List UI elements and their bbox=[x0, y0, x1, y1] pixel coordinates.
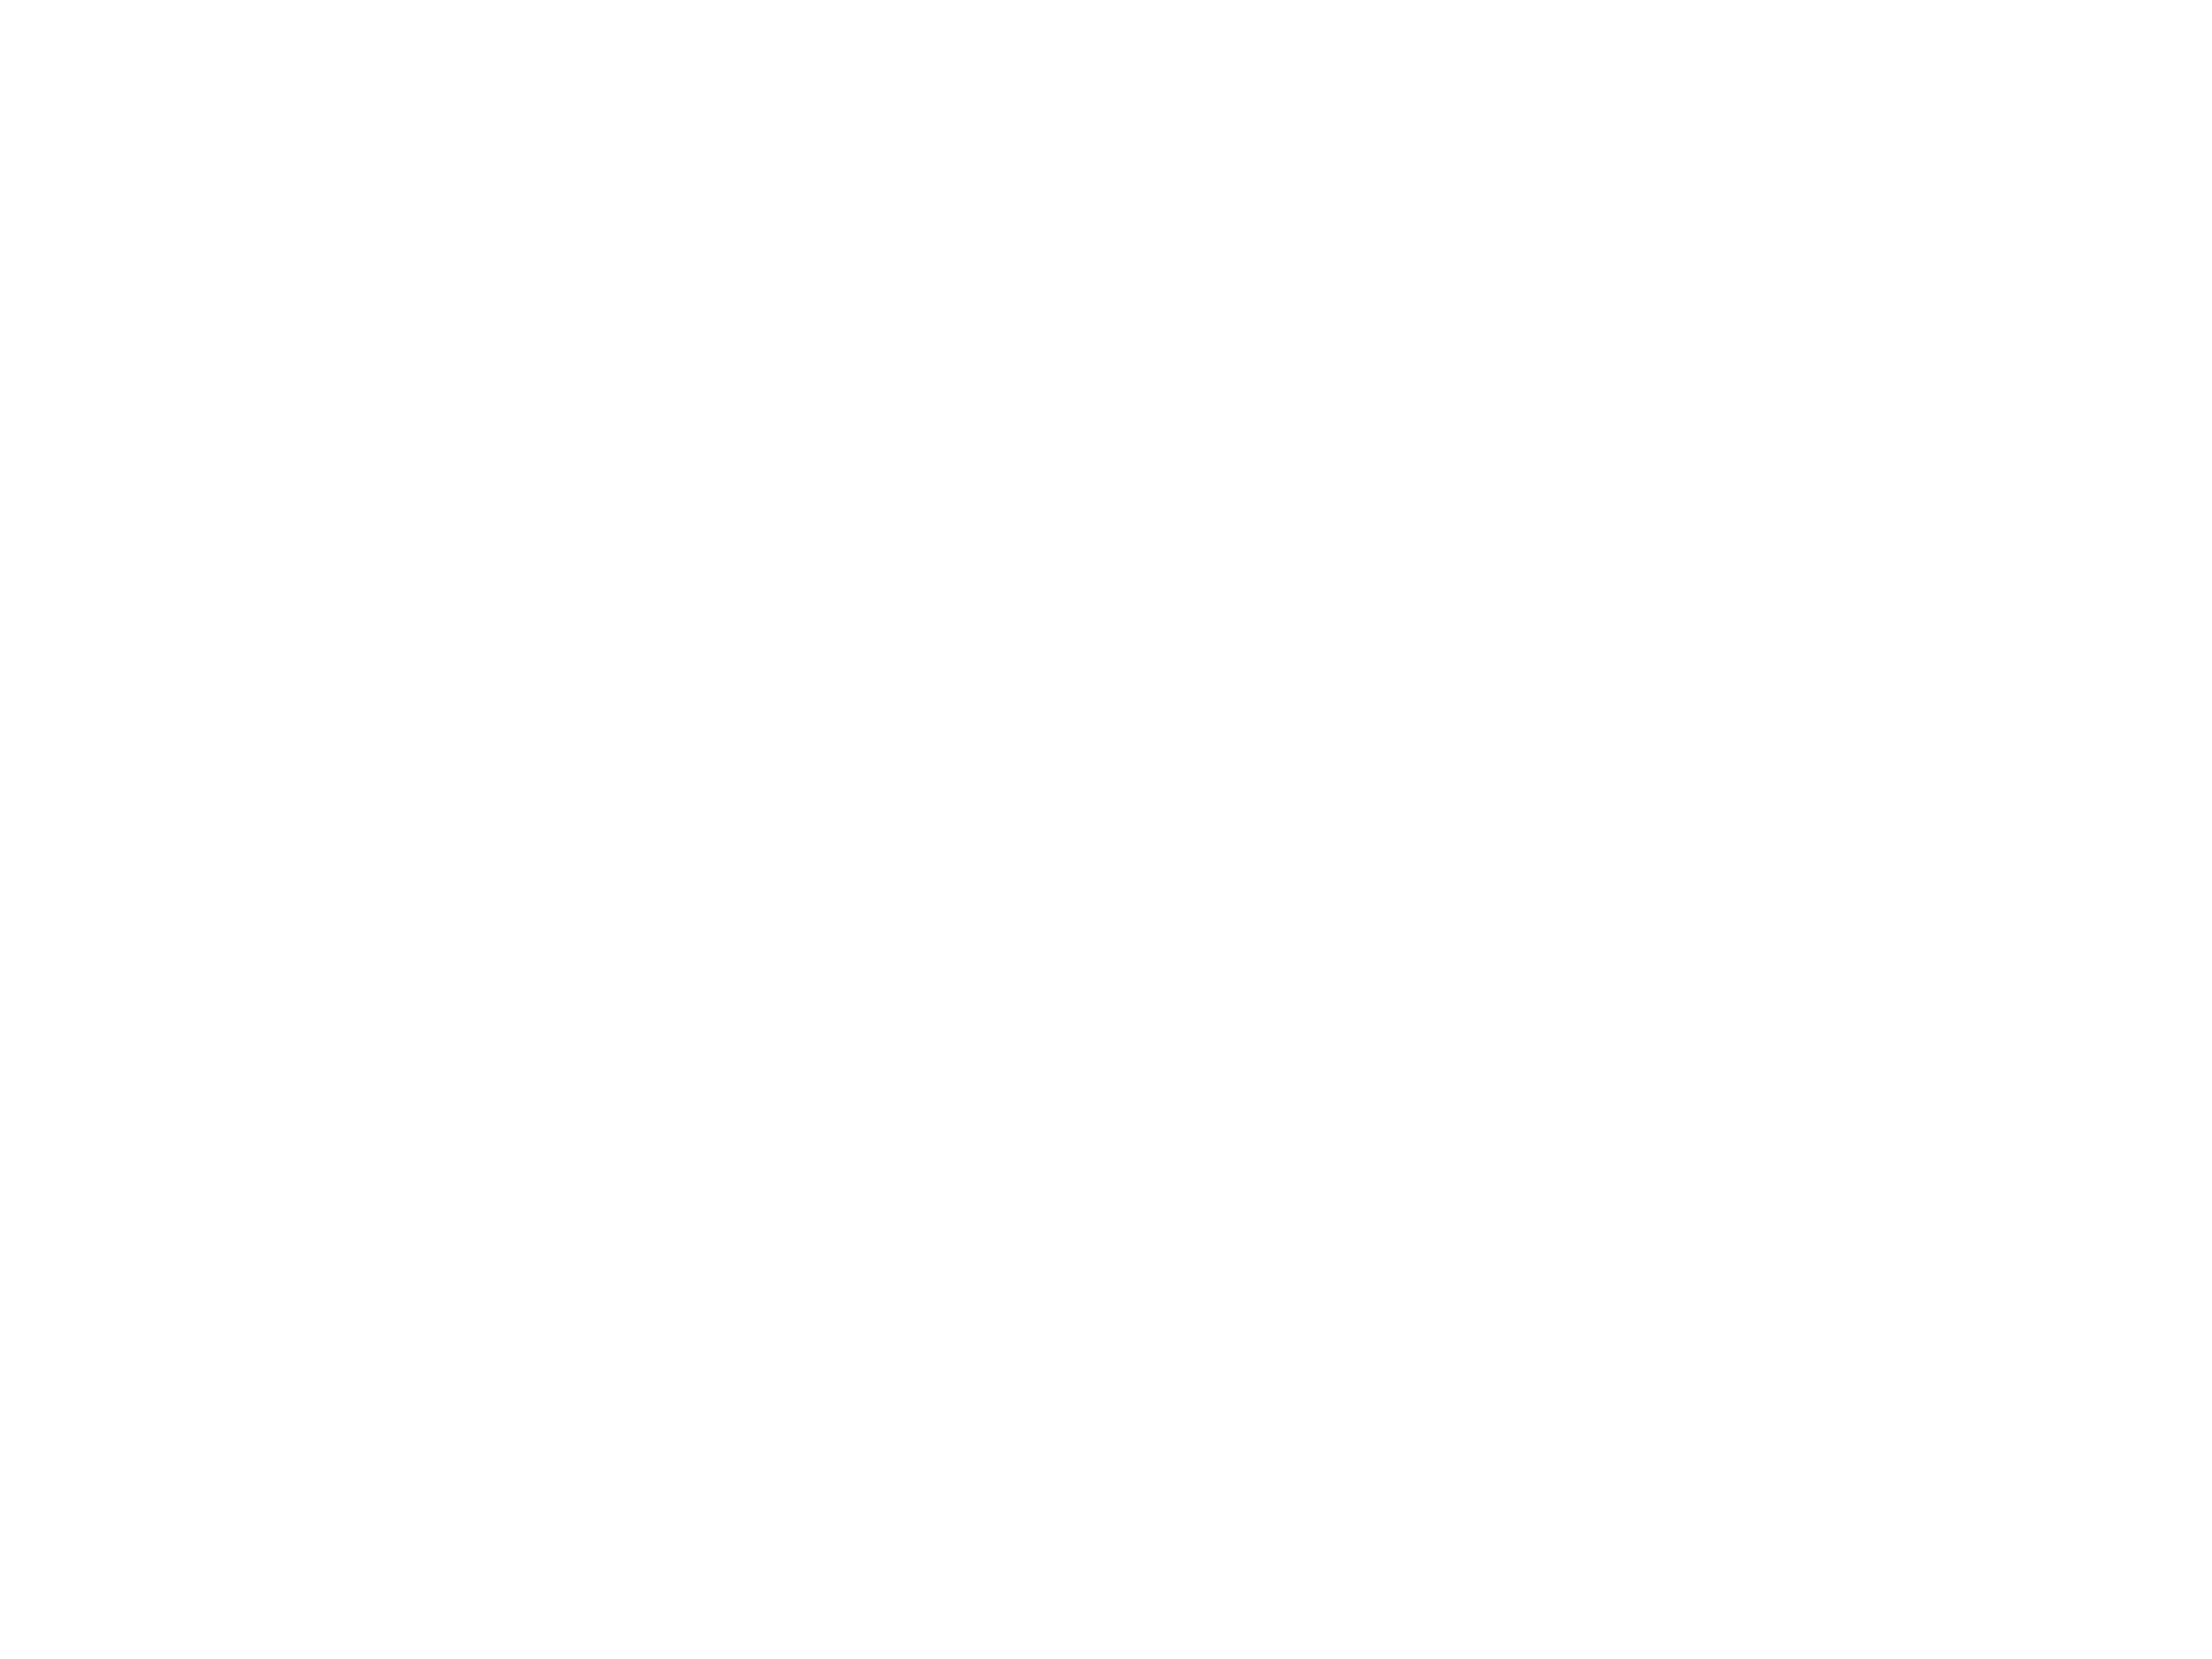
photo-stage bbox=[0, 0, 2212, 1659]
chessboard-photo bbox=[0, 0, 2212, 1659]
chessboard-svg bbox=[0, 0, 2212, 1659]
